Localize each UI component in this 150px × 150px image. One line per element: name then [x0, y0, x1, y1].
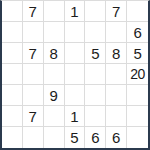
grid-cell-empty[interactable] [44, 1, 65, 22]
grid-cell-empty[interactable] [44, 22, 65, 43]
grid-cell-given[interactable]: 6 [85, 127, 106, 148]
grid-cell-given[interactable]: 7 [106, 1, 127, 22]
grid-cell-given[interactable]: 1 [65, 1, 86, 22]
grid-cell-empty[interactable] [2, 22, 23, 43]
grid-cell-empty[interactable] [65, 22, 86, 43]
grid-cell-empty[interactable] [2, 43, 23, 64]
grid-cell-empty[interactable] [2, 106, 23, 127]
grid-cell-empty[interactable] [23, 22, 44, 43]
grid-cell-empty[interactable] [106, 64, 127, 85]
grid-cell-given[interactable]: 9 [44, 85, 65, 106]
grid-cell-empty[interactable] [127, 106, 148, 127]
grid-cell-empty[interactable] [85, 22, 106, 43]
grid-cell-empty[interactable] [44, 64, 65, 85]
grid-cell-given[interactable]: 20 [127, 64, 148, 85]
grid-cell-empty[interactable] [85, 106, 106, 127]
grid-cell-given[interactable]: 5 [127, 43, 148, 64]
grid-cell-empty[interactable] [65, 85, 86, 106]
grid-cell-empty[interactable] [2, 127, 23, 148]
grid-cell-empty[interactable] [23, 64, 44, 85]
grid-cell-given[interactable]: 6 [127, 22, 148, 43]
grid-cell-empty[interactable] [2, 64, 23, 85]
grid-cell-empty[interactable] [65, 64, 86, 85]
grid-cell-empty[interactable] [106, 106, 127, 127]
grid-cell-empty[interactable] [85, 85, 106, 106]
grid-cell-given[interactable]: 7 [23, 106, 44, 127]
grid-cell-empty[interactable] [127, 127, 148, 148]
grid-cell-empty[interactable] [23, 85, 44, 106]
grid-cell-given[interactable]: 1 [65, 106, 86, 127]
grid-cell-given[interactable]: 5 [85, 43, 106, 64]
grid-cell-empty[interactable] [2, 1, 23, 22]
grid-cell-given[interactable]: 7 [23, 1, 44, 22]
grid-cell-given[interactable]: 8 [44, 43, 65, 64]
grid-cell-empty[interactable] [127, 85, 148, 106]
grid-cell-empty[interactable] [44, 127, 65, 148]
grid-cell-given[interactable]: 8 [106, 43, 127, 64]
grid-cell-empty[interactable] [106, 22, 127, 43]
grid-cell-empty[interactable] [44, 106, 65, 127]
grid-cell-given[interactable]: 7 [23, 43, 44, 64]
puzzle-board: 71767858520971566 [0, 0, 150, 150]
grid-cell-empty[interactable] [127, 1, 148, 22]
grid-cell-empty[interactable] [65, 43, 86, 64]
grid-cell-empty[interactable] [85, 64, 106, 85]
grid-cell-given[interactable]: 6 [106, 127, 127, 148]
grid-cell-empty[interactable] [106, 85, 127, 106]
grid-cell-empty[interactable] [2, 85, 23, 106]
grid-cell-empty[interactable] [23, 127, 44, 148]
grid-cell-empty[interactable] [85, 1, 106, 22]
grid-cell-given[interactable]: 5 [65, 127, 86, 148]
